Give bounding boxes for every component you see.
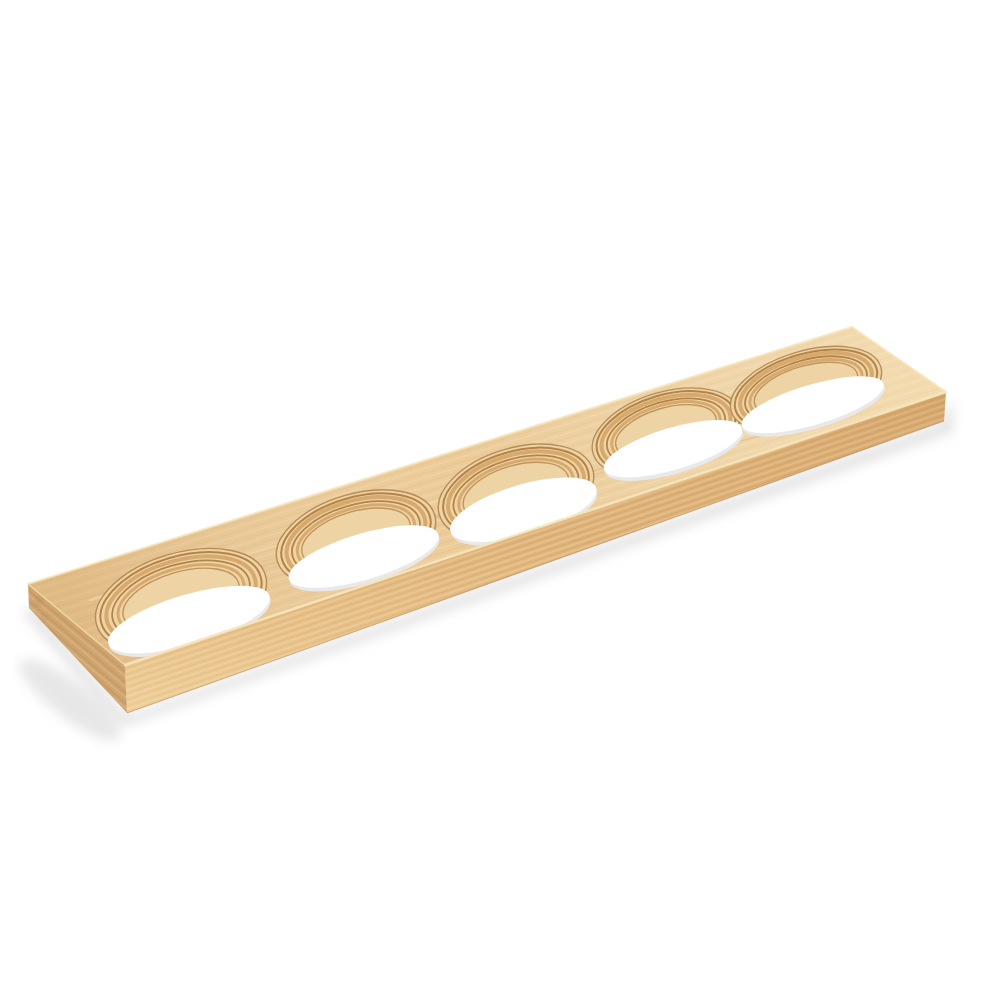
wooden-rack-photo bbox=[0, 0, 1000, 1000]
wood-knot bbox=[37, 599, 42, 604]
photo-stage bbox=[0, 0, 1000, 1000]
wood-knot bbox=[42, 616, 46, 620]
